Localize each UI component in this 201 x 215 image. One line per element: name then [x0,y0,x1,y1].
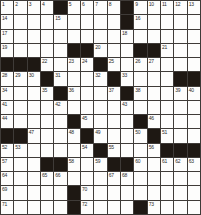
black-cell [54,158,66,171]
grid-cell[interactable] [41,144,53,157]
grid-cell[interactable]: 49 [94,129,106,142]
clue-number: 73 [149,201,154,207]
clue-number: 70 [82,186,87,192]
grid-cell[interactable]: 22 [41,58,53,71]
grid-cell[interactable]: 5 [68,1,80,14]
black-cell [41,72,53,85]
grid-cell[interactable] [148,72,160,85]
clue-number: 22 [42,58,47,64]
black-cell [54,1,66,14]
grid-cell[interactable]: 4 [41,1,53,14]
grid-cell[interactable]: 58 [68,158,80,171]
clue-number: 33 [122,72,127,78]
clue-number: 55 [109,144,114,150]
black-cell [14,58,26,71]
grid-cell[interactable] [41,201,53,214]
clue-number: 28 [2,72,7,78]
grid-cell[interactable]: 16 [134,15,146,28]
grid-cell[interactable]: 61 [161,158,173,171]
grid-cell[interactable]: 29 [14,72,26,85]
grid-cell[interactable] [121,58,133,71]
grid-cell[interactable] [148,15,160,28]
clue-number: 9 [135,1,137,7]
clue-number: 49 [95,129,100,135]
black-cell [121,87,133,100]
grid-cell[interactable]: 53 [14,144,26,157]
clue-number: 71 [2,201,7,207]
grid-cell[interactable] [161,87,173,100]
grid-cell[interactable]: 24 [81,58,93,71]
grid-cell[interactable] [134,186,146,199]
grid-cell[interactable] [28,15,40,28]
grid-cell[interactable]: 52 [1,144,13,157]
clue-number: 48 [69,129,74,135]
grid-cell[interactable] [81,72,93,85]
grid-cell[interactable] [68,15,80,28]
black-cell [1,58,13,71]
grid-cell[interactable] [81,30,93,43]
grid-cell[interactable] [108,101,120,114]
grid-cell[interactable]: 1 [1,1,13,14]
grid-cell[interactable]: 7 [94,1,106,14]
grid-cell[interactable]: 3 [28,1,40,14]
clue-number: 63 [189,158,194,164]
grid-cell[interactable]: 54 [81,144,93,157]
grid-cell[interactable]: 67 [108,172,120,185]
clue-number: 5 [69,1,71,7]
black-cell [148,44,160,57]
grid-cell[interactable] [161,15,173,28]
grid-cell[interactable]: 11 [161,1,173,14]
clue-number: 53 [15,144,20,150]
grid-cell[interactable] [14,186,26,199]
grid-cell[interactable] [28,201,40,214]
black-cell [54,87,66,100]
grid-cell[interactable] [108,115,120,128]
grid-cell[interactable] [161,201,173,214]
grid-cell[interactable] [81,172,93,185]
black-cell [28,58,40,71]
grid-cell[interactable] [14,172,26,185]
grid-cell[interactable]: 41 [1,101,13,114]
black-cell [108,72,120,85]
grid-cell[interactable]: 9 [134,1,146,14]
grid-cell[interactable] [81,87,93,100]
grid-cell[interactable]: 50 [134,129,146,142]
grid-cell[interactable] [188,44,200,57]
grid-cell[interactable] [121,201,133,214]
grid-cell[interactable] [121,129,133,142]
clue-number: 26 [135,58,140,64]
grid-cell[interactable] [134,72,146,85]
grid-cell[interactable] [134,144,146,157]
grid-cell[interactable]: 15 [54,15,66,28]
black-cell [81,44,93,57]
clue-number: 72 [82,201,87,207]
clue-number: 62 [175,158,180,164]
grid-cell[interactable] [94,201,106,214]
grid-cell[interactable] [28,158,40,171]
grid-cell[interactable]: 43 [121,101,133,114]
grid-cell[interactable] [188,129,200,142]
black-cell [134,201,146,214]
grid-cell[interactable] [41,15,53,28]
black-cell [188,144,200,157]
grid-cell[interactable] [148,87,160,100]
grid-cell[interactable] [134,172,146,185]
grid-cell[interactable]: 62 [174,158,186,171]
clue-number: 24 [82,58,87,64]
grid-cell[interactable]: 31 [54,72,66,85]
black-cell [108,158,120,171]
grid-cell[interactable] [121,186,133,199]
grid-cell[interactable] [188,201,200,214]
grid-cell[interactable] [174,58,186,71]
grid-cell[interactable]: 32 [94,72,106,85]
black-cell [68,44,80,57]
clue-number: 30 [29,72,34,78]
clue-number: 19 [2,44,7,50]
clue-number: 11 [162,1,167,7]
grid-cell[interactable] [94,87,106,100]
grid-cell[interactable] [68,72,80,85]
clue-number: 68 [122,172,127,178]
grid-cell[interactable] [174,30,186,43]
grid-cell[interactable] [108,15,120,28]
clue-number: 58 [69,158,74,164]
black-cell [121,15,133,28]
clue-number: 23 [69,58,74,64]
grid-cell[interactable] [14,201,26,214]
black-cell [94,144,106,157]
grid-cell[interactable]: 71 [1,201,13,214]
clue-number: 65 [42,172,47,178]
clue-number: 37 [109,87,114,93]
clue-number: 67 [109,172,114,178]
clue-number: 51 [162,129,167,135]
grid-cell[interactable]: 57 [1,158,13,171]
grid-cell[interactable]: 26 [134,58,146,71]
grid-cell[interactable]: 65 [41,172,53,185]
clue-number: 43 [122,101,127,107]
clue-number: 36 [69,87,74,93]
grid-cell[interactable]: 35 [41,87,53,100]
clue-number: 50 [135,129,140,135]
black-cell [174,72,186,85]
grid-cell[interactable] [161,58,173,71]
clue-number: 52 [2,144,7,150]
grid-cell[interactable] [81,101,93,114]
grid-cell[interactable] [54,144,66,157]
grid-cell[interactable]: 45 [81,115,93,128]
grid-cell[interactable]: 30 [28,72,40,85]
grid-cell[interactable] [188,115,200,128]
grid-cell[interactable]: 40 [188,87,200,100]
grid-cell[interactable] [28,87,40,100]
grid-cell[interactable] [41,115,53,128]
grid-cell[interactable] [174,129,186,142]
grid-cell[interactable]: 63 [188,158,200,171]
black-cell [121,1,133,14]
grid-cell[interactable] [14,101,26,114]
grid-cell[interactable]: 42 [54,101,66,114]
black-cell [1,129,13,142]
grid-cell[interactable] [94,186,106,199]
grid-cell[interactable] [108,30,120,43]
grid-cell[interactable]: 60 [134,158,146,171]
grid-cell[interactable]: 34 [1,87,13,100]
clue-number: 12 [175,1,180,7]
clue-number: 69 [2,186,7,192]
grid-cell[interactable] [54,30,66,43]
clue-number: 46 [149,115,154,121]
grid-cell[interactable] [14,158,26,171]
grid-cell[interactable]: 19 [1,44,13,57]
grid-cell[interactable] [174,172,186,185]
clue-number: 18 [122,30,127,36]
clue-number: 15 [55,15,60,21]
grid-cell[interactable]: 21 [161,44,173,57]
grid-cell[interactable]: 39 [174,87,186,100]
black-cell [121,158,133,171]
grid-cell[interactable] [14,44,26,57]
grid-cell[interactable] [28,101,40,114]
clue-number: 29 [15,72,20,78]
grid-cell[interactable] [108,129,120,142]
grid-cell[interactable]: 64 [1,172,13,185]
clue-number: 2 [15,1,17,7]
clue-number: 34 [2,87,7,93]
grid-cell[interactable] [121,115,133,128]
clue-number: 47 [29,129,34,135]
grid-cell[interactable]: 68 [121,172,133,185]
black-cell [188,72,200,85]
grid-cell[interactable] [28,172,40,185]
grid-cell[interactable] [68,30,80,43]
grid-cell[interactable]: 46 [148,115,160,128]
grid-cell[interactable] [148,30,160,43]
clue-number: 44 [2,115,7,121]
grid-cell[interactable] [108,186,120,199]
black-cell [68,201,80,214]
grid-cell[interactable]: 18 [121,30,133,43]
grid-cell[interactable] [174,201,186,214]
grid-cell[interactable]: 47 [28,129,40,142]
grid-cell[interactable]: 28 [1,72,13,85]
clue-number: 35 [42,87,47,93]
clue-number: 42 [55,101,60,107]
grid-cell[interactable] [28,44,40,57]
grid-cell[interactable] [41,30,53,43]
grid-cell[interactable]: 23 [68,58,80,71]
grid-cell[interactable] [94,101,106,114]
clue-number: 32 [95,72,100,78]
clue-number: 14 [2,15,7,21]
clue-number: 59 [95,158,100,164]
grid-cell[interactable] [28,144,40,157]
grid-cell[interactable]: 33 [121,72,133,85]
crossword-grid: 1234567891011121314151617181920212223242… [0,0,201,215]
grid-cell[interactable] [54,186,66,199]
grid-cell[interactable] [174,15,186,28]
grid-cell[interactable] [174,101,186,114]
grid-cell[interactable]: 6 [81,1,93,14]
clue-number: 10 [149,1,154,7]
clue-number: 31 [55,72,60,78]
grid-cell[interactable]: 38 [134,87,146,100]
black-cell [81,129,93,142]
grid-cell[interactable]: 36 [68,87,80,100]
clue-number: 41 [2,101,7,107]
grid-cell[interactable] [134,101,146,114]
grid-cell[interactable] [41,186,53,199]
clue-number: 27 [149,58,154,64]
grid-cell[interactable]: 44 [1,115,13,128]
clue-number: 17 [2,30,7,36]
clue-number: 54 [82,144,87,150]
grid-cell[interactable]: 66 [54,172,66,185]
grid-cell[interactable]: 25 [108,58,120,71]
clue-number: 20 [95,44,100,50]
clue-number: 13 [189,1,194,7]
clue-number: 25 [109,58,114,64]
black-cell [134,115,146,128]
grid-cell[interactable] [121,144,133,157]
grid-cell[interactable] [161,30,173,43]
grid-cell[interactable]: 12 [174,1,186,14]
black-cell [68,186,80,199]
grid-cell[interactable] [188,58,200,71]
black-cell [41,158,53,171]
grid-cell[interactable] [81,158,93,171]
grid-cell[interactable] [54,115,66,128]
clue-number: 39 [175,87,180,93]
grid-cell[interactable] [121,44,133,57]
grid-cell[interactable]: 37 [108,87,120,100]
black-cell [94,58,106,71]
grid-cell[interactable] [188,30,200,43]
grid-cell[interactable] [148,186,160,199]
clue-number: 16 [135,15,140,21]
grid-cell[interactable]: 20 [94,44,106,57]
crossword-puzzle: 1234567891011121314151617181920212223242… [0,0,201,215]
grid-cell[interactable] [174,186,186,199]
grid-cell[interactable] [41,101,53,114]
clue-number: 64 [2,172,7,178]
grid-cell[interactable] [41,129,53,142]
clue-number: 1 [2,1,4,7]
grid-cell[interactable] [54,58,66,71]
grid-cell[interactable] [148,101,160,114]
clue-number: 40 [189,87,194,93]
grid-cell[interactable]: 17 [1,30,13,43]
grid-cell[interactable]: 73 [148,201,160,214]
clue-number: 66 [55,172,60,178]
black-cell [134,44,146,57]
grid-cell[interactable] [94,115,106,128]
grid-cell[interactable] [41,44,53,57]
grid-cell[interactable] [94,30,106,43]
grid-cell[interactable] [28,115,40,128]
grid-cell[interactable] [108,44,120,57]
grid-cell[interactable] [148,158,160,171]
grid-cell[interactable]: 14 [1,15,13,28]
clue-number: 45 [82,115,87,121]
grid-cell[interactable] [188,15,200,28]
clue-number: 21 [162,44,167,50]
grid-cell[interactable] [28,30,40,43]
grid-cell[interactable]: 70 [81,186,93,199]
grid-cell[interactable] [161,115,173,128]
grid-cell[interactable] [108,201,120,214]
black-cell [161,144,173,157]
clue-number: 38 [135,87,140,93]
grid-cell[interactable]: 59 [94,158,106,171]
grid-cell[interactable]: 8 [108,1,120,14]
grid-cell[interactable] [134,30,146,43]
grid-cell[interactable] [188,101,200,114]
grid-cell[interactable]: 51 [161,129,173,142]
grid-cell[interactable]: 2 [14,1,26,14]
grid-cell[interactable] [174,44,186,57]
clue-number: 57 [2,158,7,164]
grid-cell[interactable] [14,30,26,43]
clue-number: 8 [109,1,111,7]
grid-cell[interactable] [54,201,66,214]
grid-cell[interactable] [161,72,173,85]
grid-cell[interactable]: 13 [188,1,200,14]
clue-number: 56 [149,144,154,150]
grid-cell[interactable] [68,101,80,114]
black-cell [68,115,80,128]
grid-cell[interactable] [188,172,200,185]
clue-number: 60 [135,158,140,164]
clue-number: 61 [162,158,167,164]
grid-cell[interactable] [81,15,93,28]
clue-number: 3 [29,1,31,7]
grid-cell[interactable] [14,15,26,28]
grid-cell[interactable] [161,186,173,199]
grid-cell[interactable] [148,172,160,185]
grid-cell[interactable] [94,172,106,185]
grid-cell[interactable]: 48 [68,129,80,142]
grid-cell[interactable]: 55 [108,144,120,157]
grid-cell[interactable]: 72 [81,201,93,214]
grid-cell[interactable] [161,172,173,185]
black-cell [174,144,186,157]
grid-cell[interactable]: 56 [148,144,160,157]
grid-cell[interactable] [68,144,80,157]
grid-cell[interactable] [188,186,200,199]
clue-number: 4 [42,1,44,7]
clue-number: 6 [82,1,84,7]
grid-cell[interactable] [14,115,26,128]
grid-cell[interactable] [54,129,66,142]
clue-number: 7 [95,1,97,7]
grid-cell[interactable] [54,44,66,57]
black-cell [14,129,26,142]
grid-cell[interactable]: 69 [1,186,13,199]
grid-cell[interactable] [68,172,80,185]
black-cell [148,129,160,142]
grid-cell[interactable]: 10 [148,1,160,14]
grid-cell[interactable] [174,115,186,128]
grid-cell[interactable] [14,87,26,100]
grid-cell[interactable] [28,186,40,199]
grid-cell[interactable]: 27 [148,58,160,71]
grid-cell[interactable] [161,101,173,114]
grid-cell[interactable] [94,15,106,28]
